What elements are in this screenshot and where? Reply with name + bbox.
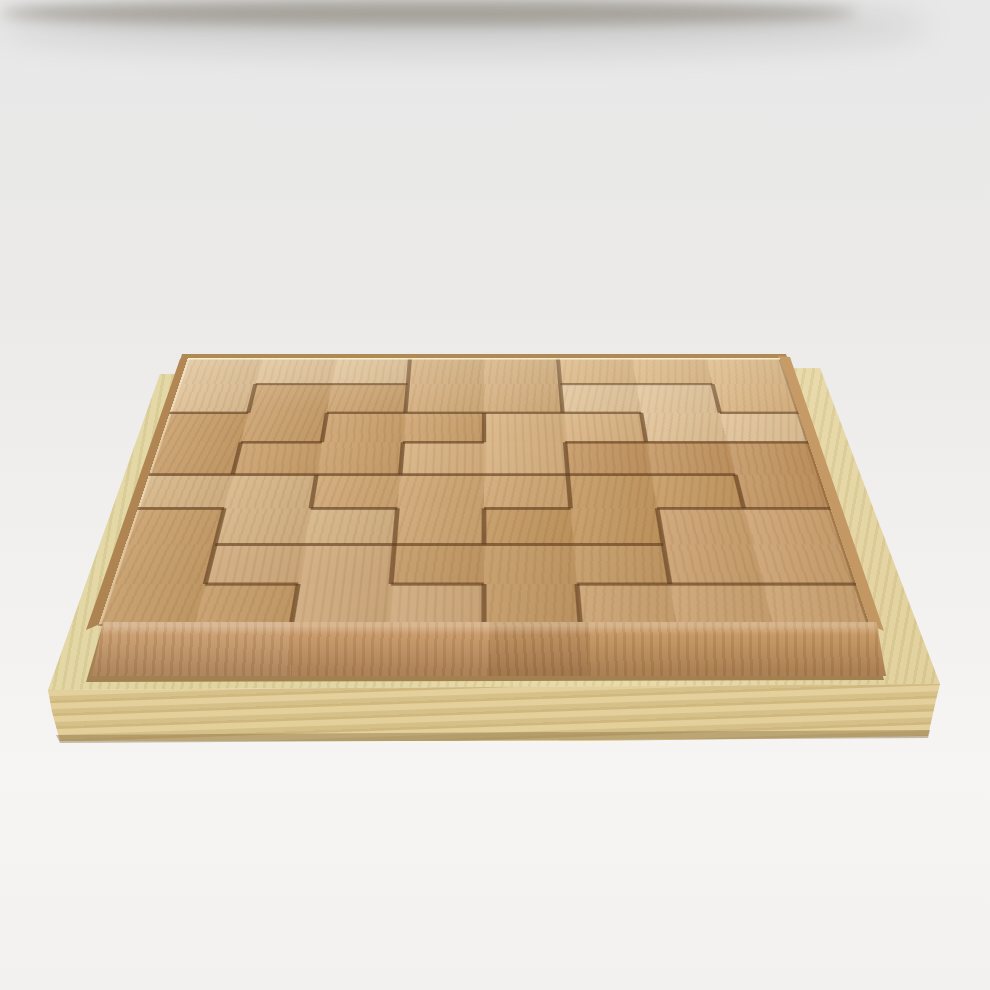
puzzle-piece-N-cell — [388, 584, 484, 626]
puzzle-piece-K-cell — [484, 474, 571, 508]
puzzle-piece-F-cell — [322, 413, 406, 443]
puzzle-piece-Q-cell — [763, 584, 870, 626]
front-face-piece-N — [291, 622, 490, 676]
puzzle-piece-Q-cell — [670, 584, 773, 626]
puzzle-piece-G-cell — [563, 413, 647, 443]
puzzle-piece-M-cell — [744, 508, 843, 544]
front-row-block-faces — [92, 622, 886, 676]
puzzle-piece-K-cell — [311, 474, 400, 508]
puzzle-piece-L-cell — [651, 474, 743, 508]
puzzle-piece-G-cell — [400, 442, 484, 474]
puzzle-piece-F-cell — [317, 442, 403, 474]
puzzle-piece-N-cell — [291, 584, 391, 626]
puzzle-piece-I-cell — [305, 508, 398, 544]
puzzle-piece-J-cell — [195, 584, 298, 626]
puzzle-piece-F-cell — [403, 413, 484, 443]
puzzle-piece-F-cell — [233, 442, 322, 474]
puzzle-piece-G-cell — [484, 413, 565, 443]
front-face-piece-Q — [588, 622, 886, 676]
puzzle-piece-D-cell — [160, 413, 249, 443]
puzzle-piece-M-cell — [753, 545, 856, 584]
puzzle-piece-J-cell — [125, 508, 224, 544]
front-face-piece-P — [489, 622, 588, 676]
puzzle-piece-A-cell — [255, 358, 336, 384]
puzzle-piece-B-cell — [405, 384, 484, 412]
ground-shadow — [0, 0, 856, 26]
puzzle-piece-L-cell — [484, 508, 574, 544]
puzzle-piece-I-cell — [224, 474, 316, 508]
puzzle-piece-L-cell — [571, 508, 664, 544]
puzzle-piece-N-cell — [298, 545, 394, 584]
puzzle-piece-P-cell — [484, 545, 577, 584]
puzzle-piece-P-cell — [484, 584, 580, 626]
puzzle-piece-C-cell — [713, 384, 799, 412]
puzzle-piece-I-cell — [215, 508, 311, 544]
puzzle-piece-H-cell — [735, 474, 830, 508]
puzzle-piece-H-cell — [565, 442, 651, 474]
puzzle-piece-A-cell — [179, 358, 262, 384]
front-face-piece-J — [92, 622, 291, 676]
puzzle-piece-D-cell — [248, 384, 331, 412]
product-photo-scene — [0, 0, 990, 990]
puzzle-piece-G-cell — [484, 442, 568, 474]
puzzle-piece-D-cell — [149, 442, 241, 474]
puzzle-piece-P-cell — [574, 545, 670, 584]
puzzle-piece-J-cell — [98, 584, 205, 626]
puzzle-piece-E-cell — [641, 413, 727, 443]
puzzle-piece-K-cell — [397, 474, 484, 508]
puzzle-piece-J-cell — [112, 545, 215, 584]
puzzle-piece-Q-cell — [577, 584, 677, 626]
puzzle-piece-B-cell — [408, 358, 484, 384]
puzzle-piece-N-cell — [205, 545, 304, 584]
puzzle-piece-C-cell — [632, 358, 713, 384]
puzzle-piece-K-cell — [394, 508, 484, 544]
puzzle-piece-D-cell — [241, 413, 327, 443]
puzzle-piece-H-cell — [646, 442, 735, 474]
puzzle-piece-A-cell — [170, 384, 256, 412]
puzzle-piece-C-cell — [706, 358, 789, 384]
puzzle-piece-D-cell — [327, 384, 408, 412]
puzzle-piece-E-cell — [636, 384, 719, 412]
puzzle-piece-M-cell — [657, 508, 753, 544]
puzzle-piece-B-cell — [484, 358, 560, 384]
puzzle-piece-A-cell — [332, 358, 410, 384]
puzzle-piece-H-cell — [727, 442, 819, 474]
puzzle-board — [98, 358, 869, 626]
puzzle-piece-M-cell — [663, 545, 762, 584]
puzzle-piece-C-cell — [558, 358, 636, 384]
puzzle-piece-E-cell — [720, 413, 809, 443]
puzzle-piece-B-cell — [484, 384, 563, 412]
puzzle-piece-E-cell — [560, 384, 641, 412]
puzzle-piece-P-cell — [391, 545, 484, 584]
puzzle-piece-I-cell — [138, 474, 233, 508]
puzzle-piece-L-cell — [568, 474, 657, 508]
